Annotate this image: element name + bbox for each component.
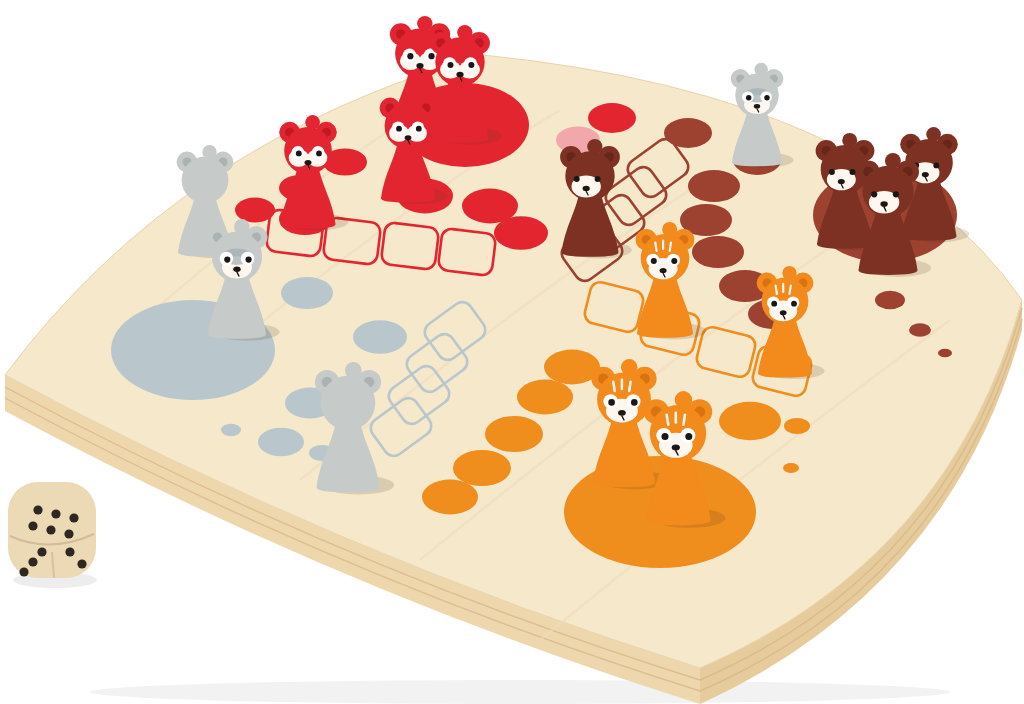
pawn-pupil	[396, 126, 402, 132]
orange-trail-dot-circle	[784, 418, 810, 434]
die-pip-right	[77, 559, 86, 568]
red-track-circle	[588, 103, 636, 133]
die-pip-top	[46, 525, 55, 534]
pawn-pupil	[316, 151, 322, 157]
die-pip-top	[64, 529, 73, 538]
pawn-pupil	[651, 258, 657, 264]
pawn-nose	[780, 310, 787, 315]
pawn-pupil	[746, 95, 751, 100]
pawn-top-knob	[234, 219, 249, 234]
pawn-pupil	[595, 176, 601, 182]
pawn-nose	[672, 444, 680, 450]
pawn-nose	[416, 63, 423, 68]
pawn-top-knob	[305, 115, 320, 130]
pawn-nose	[456, 72, 463, 77]
pawn-nose	[305, 160, 312, 165]
pawn-head	[284, 127, 332, 175]
grey-track-circle	[281, 277, 333, 309]
pawn-nose	[618, 410, 626, 416]
pawn-top-knob	[417, 16, 432, 31]
pawn-top-knob	[842, 133, 857, 148]
pawn-nose	[405, 135, 412, 140]
die-pip-top	[33, 505, 42, 514]
pawn-top-knob	[755, 63, 768, 76]
fawn-forehead-streak	[613, 382, 614, 391]
pawn-top-knob	[782, 266, 796, 280]
pawn-pupil	[416, 126, 422, 132]
pawn-pupil	[246, 257, 252, 263]
pawn-pupil	[771, 301, 777, 307]
ludo-board-scene	[0, 0, 1024, 704]
fawn-forehead-streak	[776, 286, 777, 294]
pawn-head	[182, 157, 229, 204]
pawn-top-knob	[675, 391, 692, 408]
pawn-top-knob	[587, 139, 602, 154]
fawn-forehead-streak	[629, 382, 630, 391]
pawn-pupil	[871, 191, 877, 197]
pawn-nose	[660, 268, 667, 273]
die-pip-top	[28, 521, 37, 530]
pawn-pupil	[893, 191, 899, 197]
orange-track-circle	[453, 450, 511, 486]
pawn-pupil	[428, 53, 434, 59]
fawn-forehead-streak	[655, 243, 656, 251]
pawn-pupil	[829, 169, 835, 175]
pawn-nose	[838, 179, 845, 184]
pawn-head	[385, 103, 432, 150]
die-pip-left	[28, 557, 37, 566]
pawn-head	[321, 376, 376, 431]
orange-track-circle	[719, 402, 781, 440]
pawn-head	[435, 37, 484, 86]
pawn-pupil	[448, 62, 454, 68]
pawn-pupil	[933, 163, 939, 169]
pawn-nose	[922, 172, 929, 177]
grey-track-circle	[353, 320, 407, 353]
die-pip-top	[51, 509, 60, 518]
wooden-die[interactable]	[8, 482, 97, 588]
pawn-nose	[233, 267, 240, 272]
board-drop-shadow	[90, 680, 950, 704]
pawn-top-knob	[926, 127, 941, 142]
pawn-top-knob	[885, 153, 901, 169]
pawn-pupil	[685, 433, 692, 440]
die-pip-left	[19, 567, 28, 576]
pawn-pupil	[671, 258, 677, 264]
grey-track-circle	[258, 428, 304, 457]
brown-track-circle	[692, 236, 744, 268]
pawn-pupil	[764, 95, 769, 100]
orange-track-circle	[422, 480, 478, 515]
pawn-nose	[583, 186, 590, 191]
pawn-pupil	[850, 169, 856, 175]
pawn-pupil	[468, 62, 474, 68]
fawn-forehead-streak	[667, 415, 669, 425]
orange-track-circle	[517, 380, 573, 415]
pawn-pupil	[574, 176, 580, 182]
pawn-top-knob	[662, 222, 677, 237]
pawn-top-knob	[202, 145, 216, 159]
brown-track-circle	[688, 170, 740, 202]
pawn-pupil	[296, 151, 302, 157]
pawn-nose	[880, 201, 887, 207]
brown-trail-dot-circle	[875, 291, 905, 310]
grey-trail-dot-circle	[221, 424, 241, 436]
pawn-top-knob	[457, 25, 472, 40]
fawn-forehead-streak	[683, 415, 685, 425]
pawn-pupil	[407, 53, 413, 59]
fawn-forehead-streak	[790, 286, 791, 294]
orange-track-circle	[485, 416, 543, 452]
brown-track-circle	[664, 118, 712, 148]
product-photo-stage	[0, 0, 1024, 704]
pawn-top-knob	[621, 359, 638, 376]
pawn-pupil	[608, 399, 615, 406]
orange-trail-dot-circle	[783, 463, 799, 473]
die-pip-top	[69, 513, 78, 522]
brown-trail-dot-circle	[909, 323, 931, 337]
brown-trail-dot-circle	[938, 349, 952, 358]
pawn-nose	[754, 104, 760, 109]
pawn-pupil	[224, 257, 230, 263]
pawn-top-knob	[345, 362, 362, 379]
fawn-forehead-streak	[670, 243, 671, 251]
die-pip-left	[37, 547, 46, 556]
pawn-pupil	[662, 433, 669, 440]
red-track-circle	[462, 189, 518, 224]
pawn-pupil	[791, 301, 797, 307]
pawn-top-knob	[405, 91, 419, 105]
die-pip-right	[65, 547, 74, 556]
pawn-pupil	[631, 399, 638, 406]
